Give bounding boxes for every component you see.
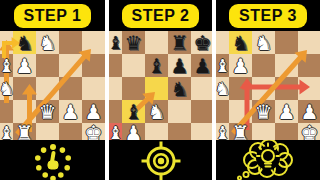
white-p-piece: ♟: [85, 102, 103, 122]
square-r0c4[interactable]: [82, 31, 105, 54]
square-r3c0[interactable]: [0, 100, 13, 123]
tap-clock-icon: [22, 140, 84, 180]
square-r3c4[interactable]: [191, 100, 212, 123]
square-r0c3[interactable]: [275, 31, 298, 54]
panel-step-3: STEP 3 ♞♞♝♟♞♛♟♟♝♜♚: [216, 0, 320, 180]
square-r4c2[interactable]: [252, 123, 275, 140]
square-r1c1[interactable]: ♟: [229, 54, 252, 77]
target-icon: [130, 140, 192, 180]
square-r1c4[interactable]: ♟: [191, 54, 212, 77]
square-r0c1[interactable]: ♞: [13, 31, 36, 54]
black-n-piece: ♞: [16, 33, 34, 53]
square-r4c1[interactable]: ♜: [13, 123, 36, 140]
square-r0c0[interactable]: ♝: [109, 31, 122, 54]
square-r1c1[interactable]: [122, 54, 145, 77]
step-3-header: STEP 3: [216, 0, 320, 31]
white-q-piece: ♛: [255, 102, 273, 122]
square-r2c1[interactable]: [229, 77, 252, 100]
square-r3c2[interactable]: ♛: [252, 100, 275, 123]
square-r4c2[interactable]: [36, 123, 59, 140]
black-p-piece: ♟: [171, 56, 189, 76]
white-n-piece: ♞: [39, 33, 57, 53]
white-n-piece: ♞: [0, 79, 15, 99]
white-r-piece: ♜: [232, 123, 250, 140]
white-p-piece: ♟: [232, 56, 250, 76]
square-r1c0[interactable]: [109, 54, 122, 77]
board-grid-1: ♞♞♝♟♞♛♟♟♝♜♚: [0, 31, 105, 140]
white-b-piece: ♝: [0, 56, 15, 76]
square-r4c4[interactable]: [191, 123, 212, 140]
square-r0c3[interactable]: ♜: [168, 31, 191, 54]
white-p-piece: ♟: [301, 102, 319, 122]
square-r3c1[interactable]: ♝: [122, 100, 145, 123]
square-r4c0[interactable]: ♝: [0, 123, 13, 140]
step-2-header: STEP 2: [109, 0, 212, 31]
panel-step-2: STEP 2 ♝♛♜♚♝♟♟♞♝♞♝♟: [109, 0, 212, 180]
white-k-piece: ♚: [85, 123, 103, 140]
square-r0c4[interactable]: ♚: [191, 31, 212, 54]
chess-board-2: ♝♛♜♚♝♟♟♞♝♞♝♟: [109, 31, 212, 140]
white-b-piece: ♝: [109, 123, 122, 140]
square-r0c2[interactable]: [145, 31, 168, 54]
square-r4c3[interactable]: [168, 123, 191, 140]
black-n-piece: ♞: [171, 79, 189, 99]
board-grid-2: ♝♛♜♚♝♟♟♞♝♞♝♟: [109, 31, 212, 140]
white-n-piece: ♞: [148, 102, 166, 122]
square-r4c3[interactable]: [275, 123, 298, 140]
square-r0c1[interactable]: ♛: [122, 31, 145, 54]
white-r-piece: ♜: [16, 123, 34, 140]
square-r2c3[interactable]: [59, 77, 82, 100]
square-r0c0[interactable]: [216, 31, 229, 54]
square-r4c1[interactable]: ♟: [122, 123, 145, 140]
chess-board-1: ♞♞♝♟♞♛♟♟♝♜♚: [0, 31, 105, 140]
square-r4c0[interactable]: ♝: [109, 123, 122, 140]
square-r3c4[interactable]: ♟: [82, 100, 105, 123]
board-grid-3: ♞♞♝♟♞♛♟♟♝♜♚: [216, 31, 320, 140]
square-r4c1[interactable]: ♜: [229, 123, 252, 140]
square-r4c0[interactable]: ♝: [216, 123, 229, 140]
square-r3c3[interactable]: ♟: [275, 100, 298, 123]
square-r1c2[interactable]: [36, 54, 59, 77]
step-3-label: STEP 3: [229, 4, 307, 28]
square-r2c3[interactable]: [275, 77, 298, 100]
step-1-label: STEP 1: [14, 4, 92, 28]
square-r2c2[interactable]: [36, 77, 59, 100]
square-r2c2[interactable]: [252, 77, 275, 100]
square-r2c0[interactable]: [109, 77, 122, 100]
square-r3c1[interactable]: [229, 100, 252, 123]
black-n-piece: ♞: [232, 33, 250, 53]
square-r2c4[interactable]: [298, 77, 320, 100]
idea-bubble-icon: [235, 140, 301, 180]
square-r0c3[interactable]: [59, 31, 82, 54]
square-r0c4[interactable]: [298, 31, 320, 54]
square-r3c2[interactable]: ♞: [145, 100, 168, 123]
white-b-piece: ♝: [216, 56, 231, 76]
square-r4c4[interactable]: ♚: [298, 123, 320, 140]
step-2-label: STEP 2: [122, 4, 200, 28]
white-p-piece: ♟: [16, 56, 34, 76]
square-r1c4[interactable]: [298, 54, 320, 77]
footer-3: [216, 140, 320, 180]
square-r1c3[interactable]: [59, 54, 82, 77]
square-r2c1[interactable]: [13, 77, 36, 100]
square-r2c0[interactable]: ♞: [216, 77, 229, 100]
square-r1c1[interactable]: ♟: [13, 54, 36, 77]
square-r4c4[interactable]: ♚: [82, 123, 105, 140]
square-r1c0[interactable]: ♝: [0, 54, 13, 77]
black-b-piece: ♝: [125, 102, 143, 122]
black-p-piece: ♟: [194, 56, 212, 76]
square-r2c0[interactable]: ♞: [0, 77, 13, 100]
white-n-piece: ♞: [216, 79, 231, 99]
square-r1c3[interactable]: [275, 54, 298, 77]
white-b-piece: ♝: [216, 123, 229, 140]
white-n-piece: ♞: [255, 33, 273, 53]
square-r3c1[interactable]: [13, 100, 36, 123]
black-q-piece: ♛: [125, 33, 143, 53]
square-r2c1[interactable]: [122, 77, 145, 100]
square-r3c4[interactable]: ♟: [298, 100, 320, 123]
square-r2c2[interactable]: [145, 77, 168, 100]
square-r4c2[interactable]: [145, 123, 168, 140]
panel-step-1: STEP 1 ♞♞♝♟♞♛♟♟♝♜♚: [0, 0, 105, 180]
black-b-piece: ♝: [109, 33, 124, 53]
white-b-piece: ♝: [0, 123, 13, 140]
chess-board-3: ♞♞♝♟♞♛♟♟♝♜♚: [216, 31, 320, 140]
white-p-piece: ♟: [62, 102, 80, 122]
white-q-piece: ♛: [39, 102, 57, 122]
white-k-piece: ♚: [301, 123, 319, 140]
square-r1c3[interactable]: ♟: [168, 54, 191, 77]
square-r3c3[interactable]: ♟: [59, 100, 82, 123]
square-r4c3[interactable]: [59, 123, 82, 140]
black-r-piece: ♜: [171, 33, 189, 53]
black-k-piece: ♚: [194, 33, 212, 53]
white-p-piece: ♟: [278, 102, 296, 122]
footer-2: [109, 140, 212, 180]
square-r3c0[interactable]: [216, 100, 229, 123]
square-r3c2[interactable]: ♛: [36, 100, 59, 123]
square-r0c1[interactable]: ♞: [229, 31, 252, 54]
square-r1c2[interactable]: ♝: [145, 54, 168, 77]
square-r3c3[interactable]: [168, 100, 191, 123]
square-r0c0[interactable]: [0, 31, 13, 54]
square-r1c2[interactable]: [252, 54, 275, 77]
square-r2c3[interactable]: ♞: [168, 77, 191, 100]
square-r2c4[interactable]: [191, 77, 212, 100]
square-r0c2[interactable]: ♞: [36, 31, 59, 54]
square-r2c4[interactable]: [82, 77, 105, 100]
square-r0c2[interactable]: ♞: [252, 31, 275, 54]
square-r3c0[interactable]: [109, 100, 122, 123]
step-1-header: STEP 1: [0, 0, 105, 31]
square-r1c0[interactable]: ♝: [216, 54, 229, 77]
square-r1c4[interactable]: [82, 54, 105, 77]
white-p-piece: ♟: [125, 123, 143, 140]
black-b-piece: ♝: [148, 56, 166, 76]
footer-1: [0, 140, 105, 180]
thumbnail: STEP 1 ♞♞♝♟♞♛♟♟♝♜♚ ST: [0, 0, 320, 180]
